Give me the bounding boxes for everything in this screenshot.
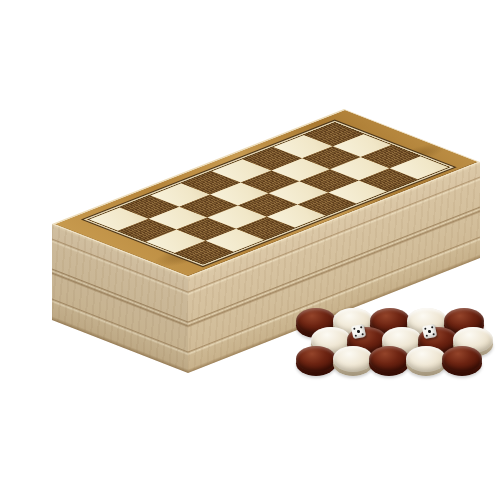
checker-dark (369, 346, 409, 376)
checker-top (333, 346, 373, 372)
checker-top (442, 346, 482, 372)
die-pip (353, 327, 356, 330)
checkers-group (0, 0, 500, 500)
die-pip (357, 329, 360, 332)
die-pip (428, 329, 431, 332)
die-pip (361, 332, 364, 335)
checker-light (333, 346, 373, 376)
die-pip (360, 325, 363, 328)
checker-top (296, 346, 336, 372)
die-pip (432, 332, 435, 335)
die-pip (431, 325, 434, 328)
die-pip (424, 327, 427, 330)
die (351, 323, 366, 338)
product-photo (0, 0, 500, 500)
checker-dark (442, 346, 482, 376)
die-pip (425, 334, 428, 337)
die-pip (354, 334, 357, 337)
checker-top (406, 346, 446, 372)
checker-top (369, 346, 409, 372)
checker-dark (296, 346, 336, 376)
die (422, 323, 437, 338)
checker-light (406, 346, 446, 376)
